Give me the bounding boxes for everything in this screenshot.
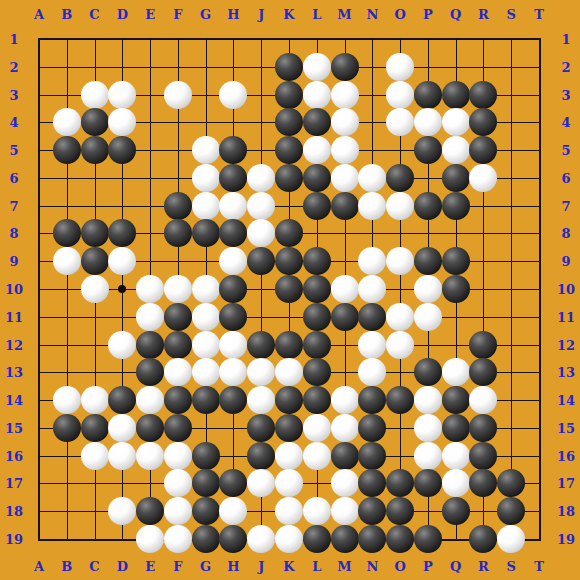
col-label-top-g: G — [200, 8, 211, 21]
stone-black-q15[interactable] — [442, 414, 470, 442]
stone-black-q3[interactable] — [442, 81, 470, 109]
row-label-left-5: 5 — [9, 144, 18, 157]
stone-white-d15[interactable] — [108, 414, 136, 442]
stone-black-g8[interactable] — [192, 219, 220, 247]
col-label-top-h: H — [227, 8, 239, 21]
stone-black-h14[interactable] — [219, 386, 247, 414]
row-label-left-12: 12 — [5, 338, 23, 351]
row-label-left-4: 4 — [9, 116, 18, 129]
col-label-top-c: C — [89, 8, 99, 21]
stone-white-f19[interactable] — [164, 525, 192, 553]
stone-white-o11[interactable] — [386, 303, 414, 331]
row-label-left-18: 18 — [5, 505, 23, 518]
col-label-top-o: O — [394, 8, 405, 21]
stone-black-q14[interactable] — [442, 386, 470, 414]
stone-black-m11[interactable] — [331, 303, 359, 331]
stone-white-g5[interactable] — [192, 136, 220, 164]
stone-white-c14[interactable] — [81, 386, 109, 414]
col-label-bottom-r: R — [478, 560, 489, 573]
stone-black-k4[interactable] — [275, 108, 303, 136]
col-label-top-q: Q — [450, 8, 461, 21]
stone-black-n19[interactable] — [358, 525, 386, 553]
stone-black-g19[interactable] — [192, 525, 220, 553]
stone-black-s17[interactable] — [497, 469, 525, 497]
stone-white-f18[interactable] — [164, 497, 192, 525]
stone-white-g7[interactable] — [192, 192, 220, 220]
row-label-right-16: 16 — [557, 449, 575, 462]
stone-white-b9[interactable] — [53, 247, 81, 275]
stone-black-r4[interactable] — [469, 108, 497, 136]
stone-white-p10[interactable] — [414, 275, 442, 303]
stone-black-e18[interactable] — [136, 497, 164, 525]
stone-black-o18[interactable] — [386, 497, 414, 525]
stone-black-d5[interactable] — [108, 136, 136, 164]
row-label-left-8: 8 — [9, 227, 18, 240]
stone-black-c4[interactable] — [81, 108, 109, 136]
stone-white-m6[interactable] — [331, 164, 359, 192]
stone-white-d4[interactable] — [108, 108, 136, 136]
stone-white-c16[interactable] — [81, 442, 109, 470]
stone-white-o2[interactable] — [386, 53, 414, 81]
stone-white-f16[interactable] — [164, 442, 192, 470]
row-label-left-9: 9 — [9, 255, 18, 268]
stone-black-o14[interactable] — [386, 386, 414, 414]
stone-white-f10[interactable] — [164, 275, 192, 303]
stone-white-d12[interactable] — [108, 331, 136, 359]
col-label-bottom-b: B — [61, 560, 72, 573]
stone-black-n11[interactable] — [358, 303, 386, 331]
stone-white-r6[interactable] — [469, 164, 497, 192]
stone-black-l7[interactable] — [303, 192, 331, 220]
stone-black-j12[interactable] — [247, 331, 275, 359]
stone-white-o3[interactable] — [386, 81, 414, 109]
stone-white-o4[interactable] — [386, 108, 414, 136]
stone-white-j8[interactable] — [247, 219, 275, 247]
col-label-top-e: E — [145, 8, 155, 21]
stone-black-r19[interactable] — [469, 525, 497, 553]
stone-white-c10[interactable] — [81, 275, 109, 303]
stone-white-n12[interactable] — [358, 331, 386, 359]
col-label-top-a: A — [34, 8, 44, 21]
stone-black-e12[interactable] — [136, 331, 164, 359]
col-label-bottom-k: K — [283, 560, 294, 573]
stone-white-r14[interactable] — [469, 386, 497, 414]
stone-black-l9[interactable] — [303, 247, 331, 275]
col-label-top-r: R — [478, 8, 489, 21]
col-label-bottom-h: H — [227, 560, 239, 573]
col-label-top-t: T — [534, 8, 544, 21]
row-label-right-6: 6 — [561, 171, 570, 184]
stone-white-j6[interactable] — [247, 164, 275, 192]
stone-white-f17[interactable] — [164, 469, 192, 497]
col-label-top-d: D — [117, 8, 128, 21]
stone-white-n13[interactable] — [358, 358, 386, 386]
stone-black-b8[interactable] — [53, 219, 81, 247]
stone-black-k14[interactable] — [275, 386, 303, 414]
row-label-right-8: 8 — [561, 227, 570, 240]
stone-white-m3[interactable] — [331, 81, 359, 109]
stone-white-d3[interactable] — [108, 81, 136, 109]
stone-black-h6[interactable] — [219, 164, 247, 192]
stone-black-o19[interactable] — [386, 525, 414, 553]
stone-white-m17[interactable] — [331, 469, 359, 497]
stone-white-c3[interactable] — [81, 81, 109, 109]
row-label-left-7: 7 — [9, 199, 18, 212]
stone-white-m5[interactable] — [331, 136, 359, 164]
stone-black-j15[interactable] — [247, 414, 275, 442]
stone-black-l6[interactable] — [303, 164, 331, 192]
stone-white-d16[interactable] — [108, 442, 136, 470]
stone-white-m14[interactable] — [331, 386, 359, 414]
col-label-bottom-j: J — [258, 560, 264, 573]
stone-white-k19[interactable] — [275, 525, 303, 553]
stone-white-j19[interactable] — [247, 525, 275, 553]
stone-white-j7[interactable] — [247, 192, 275, 220]
stone-white-d9[interactable] — [108, 247, 136, 275]
stone-white-q4[interactable] — [442, 108, 470, 136]
stone-black-o17[interactable] — [386, 469, 414, 497]
col-label-bottom-f: F — [173, 560, 182, 573]
row-label-left-15: 15 — [5, 421, 23, 434]
col-label-top-j: J — [258, 8, 264, 21]
stone-black-p5[interactable] — [414, 136, 442, 164]
stone-black-d8[interactable] — [108, 219, 136, 247]
col-label-top-m: M — [337, 8, 351, 21]
col-label-bottom-s: S — [507, 560, 516, 573]
row-label-left-2: 2 — [9, 60, 18, 73]
col-label-top-s: S — [507, 8, 516, 21]
col-label-bottom-e: E — [145, 560, 155, 573]
stone-black-r16[interactable] — [469, 442, 497, 470]
row-label-right-4: 4 — [561, 116, 570, 129]
row-label-left-16: 16 — [5, 449, 23, 462]
go-board[interactable]: AABBCCDDEEFFGGHHJJKKLLMMNNOOPPQQRRSSTT11… — [0, 0, 580, 580]
col-label-bottom-l: L — [312, 560, 321, 573]
stone-white-g11[interactable] — [192, 303, 220, 331]
stone-white-b4[interactable] — [53, 108, 81, 136]
stone-black-h5[interactable] — [219, 136, 247, 164]
row-label-left-11: 11 — [5, 310, 23, 323]
stone-white-f3[interactable] — [164, 81, 192, 109]
stone-white-h13[interactable] — [219, 358, 247, 386]
stone-black-k8[interactable] — [275, 219, 303, 247]
stone-black-c15[interactable] — [81, 414, 109, 442]
stone-white-j13[interactable] — [247, 358, 275, 386]
stone-black-c8[interactable] — [81, 219, 109, 247]
stone-black-f8[interactable] — [164, 219, 192, 247]
stone-black-h17[interactable] — [219, 469, 247, 497]
stone-black-n16[interactable] — [358, 442, 386, 470]
stone-black-l13[interactable] — [303, 358, 331, 386]
row-label-left-1: 1 — [9, 33, 18, 46]
stone-black-q7[interactable] — [442, 192, 470, 220]
col-label-bottom-q: Q — [450, 560, 461, 573]
stone-black-f11[interactable] — [164, 303, 192, 331]
row-label-right-17: 17 — [557, 477, 575, 490]
stone-black-m2[interactable] — [331, 53, 359, 81]
stone-white-l16[interactable] — [303, 442, 331, 470]
stone-black-f14[interactable] — [164, 386, 192, 414]
row-label-right-2: 2 — [561, 60, 570, 73]
stone-black-p3[interactable] — [414, 81, 442, 109]
stone-black-k6[interactable] — [275, 164, 303, 192]
stone-black-b5[interactable] — [53, 136, 81, 164]
stone-white-k18[interactable] — [275, 497, 303, 525]
star-point-d10 — [118, 285, 126, 293]
stone-black-n18[interactable] — [358, 497, 386, 525]
stone-white-p15[interactable] — [414, 414, 442, 442]
row-label-right-10: 10 — [557, 283, 575, 296]
stone-black-p17[interactable] — [414, 469, 442, 497]
stone-white-n10[interactable] — [358, 275, 386, 303]
stone-black-l10[interactable] — [303, 275, 331, 303]
stone-white-q13[interactable] — [442, 358, 470, 386]
stone-white-o9[interactable] — [386, 247, 414, 275]
stone-black-e13[interactable] — [136, 358, 164, 386]
stone-black-m7[interactable] — [331, 192, 359, 220]
stone-white-p4[interactable] — [414, 108, 442, 136]
col-label-top-l: L — [312, 8, 321, 21]
stone-black-l4[interactable] — [303, 108, 331, 136]
col-label-bottom-n: N — [366, 560, 378, 573]
stone-black-f12[interactable] — [164, 331, 192, 359]
stone-black-k12[interactable] — [275, 331, 303, 359]
stone-white-k13[interactable] — [275, 358, 303, 386]
stone-black-r3[interactable] — [469, 81, 497, 109]
row-label-right-1: 1 — [561, 33, 570, 46]
stone-black-r5[interactable] — [469, 136, 497, 164]
stone-black-p19[interactable] — [414, 525, 442, 553]
stone-white-e19[interactable] — [136, 525, 164, 553]
stone-white-l2[interactable] — [303, 53, 331, 81]
stone-white-e16[interactable] — [136, 442, 164, 470]
row-label-left-6: 6 — [9, 171, 18, 184]
stone-black-n14[interactable] — [358, 386, 386, 414]
col-label-top-b: B — [61, 8, 72, 21]
stone-black-d14[interactable] — [108, 386, 136, 414]
stone-white-m4[interactable] — [331, 108, 359, 136]
stone-black-q10[interactable] — [442, 275, 470, 303]
col-label-top-p: P — [423, 8, 433, 21]
stone-white-m18[interactable] — [331, 497, 359, 525]
col-label-bottom-m: M — [337, 560, 351, 573]
stone-black-l14[interactable] — [303, 386, 331, 414]
stone-white-p16[interactable] — [414, 442, 442, 470]
stone-black-r17[interactable] — [469, 469, 497, 497]
stone-black-q6[interactable] — [442, 164, 470, 192]
row-label-right-5: 5 — [561, 144, 570, 157]
stone-black-s18[interactable] — [497, 497, 525, 525]
col-label-bottom-c: C — [89, 560, 99, 573]
stone-white-h7[interactable] — [219, 192, 247, 220]
stone-black-r15[interactable] — [469, 414, 497, 442]
row-label-right-9: 9 — [561, 255, 570, 268]
stone-black-c5[interactable] — [81, 136, 109, 164]
stone-white-p11[interactable] — [414, 303, 442, 331]
stone-white-n7[interactable] — [358, 192, 386, 220]
stone-white-h9[interactable] — [219, 247, 247, 275]
stone-white-n6[interactable] — [358, 164, 386, 192]
stone-black-k5[interactable] — [275, 136, 303, 164]
row-label-right-14: 14 — [557, 394, 575, 407]
stone-black-j9[interactable] — [247, 247, 275, 275]
stone-black-n17[interactable] — [358, 469, 386, 497]
stone-black-k15[interactable] — [275, 414, 303, 442]
stone-white-n9[interactable] — [358, 247, 386, 275]
stone-black-m16[interactable] — [331, 442, 359, 470]
stone-white-f13[interactable] — [164, 358, 192, 386]
row-label-left-10: 10 — [5, 283, 23, 296]
stone-black-l11[interactable] — [303, 303, 331, 331]
stone-black-g14[interactable] — [192, 386, 220, 414]
stone-black-q18[interactable] — [442, 497, 470, 525]
stone-white-g13[interactable] — [192, 358, 220, 386]
row-label-right-19: 19 — [557, 533, 575, 546]
stone-white-q16[interactable] — [442, 442, 470, 470]
col-label-bottom-t: T — [534, 560, 544, 573]
stone-black-k3[interactable] — [275, 81, 303, 109]
row-label-left-19: 19 — [5, 533, 23, 546]
stone-white-b14[interactable] — [53, 386, 81, 414]
col-label-bottom-p: P — [423, 560, 433, 573]
stone-white-j17[interactable] — [247, 469, 275, 497]
stone-white-g6[interactable] — [192, 164, 220, 192]
stone-white-s19[interactable] — [497, 525, 525, 553]
stone-white-l3[interactable] — [303, 81, 331, 109]
row-label-right-15: 15 — [557, 421, 575, 434]
stone-black-l19[interactable] — [303, 525, 331, 553]
row-label-right-3: 3 — [561, 88, 570, 101]
stone-white-p14[interactable] — [414, 386, 442, 414]
stone-black-f15[interactable] — [164, 414, 192, 442]
stone-white-l18[interactable] — [303, 497, 331, 525]
stone-white-m10[interactable] — [331, 275, 359, 303]
stone-black-j16[interactable] — [247, 442, 275, 470]
col-label-top-k: K — [283, 8, 294, 21]
stone-black-h11[interactable] — [219, 303, 247, 331]
stone-white-k17[interactable] — [275, 469, 303, 497]
row-label-left-3: 3 — [9, 88, 18, 101]
row-label-right-18: 18 — [557, 505, 575, 518]
stone-white-l15[interactable] — [303, 414, 331, 442]
row-label-right-13: 13 — [557, 366, 575, 379]
stone-black-c9[interactable] — [81, 247, 109, 275]
stone-black-h10[interactable] — [219, 275, 247, 303]
row-label-left-14: 14 — [5, 394, 23, 407]
col-label-top-f: F — [173, 8, 182, 21]
col-label-bottom-d: D — [117, 560, 128, 573]
stone-black-p7[interactable] — [414, 192, 442, 220]
row-label-left-13: 13 — [5, 366, 23, 379]
stone-black-g16[interactable] — [192, 442, 220, 470]
col-label-bottom-a: A — [34, 560, 44, 573]
stone-black-m19[interactable] — [331, 525, 359, 553]
stone-black-k2[interactable] — [275, 53, 303, 81]
stone-black-n15[interactable] — [358, 414, 386, 442]
stone-black-g18[interactable] — [192, 497, 220, 525]
stone-black-f7[interactable] — [164, 192, 192, 220]
stone-white-m15[interactable] — [331, 414, 359, 442]
col-label-bottom-o: O — [394, 560, 405, 573]
row-label-right-7: 7 — [561, 199, 570, 212]
stone-black-h8[interactable] — [219, 219, 247, 247]
stone-white-q17[interactable] — [442, 469, 470, 497]
stone-white-d18[interactable] — [108, 497, 136, 525]
stone-black-l12[interactable] — [303, 331, 331, 359]
stone-white-e11[interactable] — [136, 303, 164, 331]
stone-black-g17[interactable] — [192, 469, 220, 497]
row-label-right-12: 12 — [557, 338, 575, 351]
stone-white-e14[interactable] — [136, 386, 164, 414]
stone-black-h19[interactable] — [219, 525, 247, 553]
stone-white-g10[interactable] — [192, 275, 220, 303]
col-label-top-n: N — [366, 8, 378, 21]
row-label-left-17: 17 — [5, 477, 23, 490]
stone-white-h12[interactable] — [219, 331, 247, 359]
stone-black-k10[interactable] — [275, 275, 303, 303]
stone-white-q5[interactable] — [442, 136, 470, 164]
stone-white-o7[interactable] — [386, 192, 414, 220]
stone-white-h3[interactable] — [219, 81, 247, 109]
stone-black-r13[interactable] — [469, 358, 497, 386]
stone-black-k9[interactable] — [275, 247, 303, 275]
stone-black-r12[interactable] — [469, 331, 497, 359]
col-label-bottom-g: G — [200, 560, 211, 573]
stone-black-b15[interactable] — [53, 414, 81, 442]
stone-black-e15[interactable] — [136, 414, 164, 442]
stone-white-h18[interactable] — [219, 497, 247, 525]
stone-black-o6[interactable] — [386, 164, 414, 192]
stone-white-e10[interactable] — [136, 275, 164, 303]
stone-white-o12[interactable] — [386, 331, 414, 359]
stone-black-p9[interactable] — [414, 247, 442, 275]
stone-white-k16[interactable] — [275, 442, 303, 470]
stone-white-j14[interactable] — [247, 386, 275, 414]
stone-white-g12[interactable] — [192, 331, 220, 359]
stone-black-q9[interactable] — [442, 247, 470, 275]
row-label-right-11: 11 — [557, 310, 575, 323]
stone-black-p13[interactable] — [414, 358, 442, 386]
stone-white-l5[interactable] — [303, 136, 331, 164]
